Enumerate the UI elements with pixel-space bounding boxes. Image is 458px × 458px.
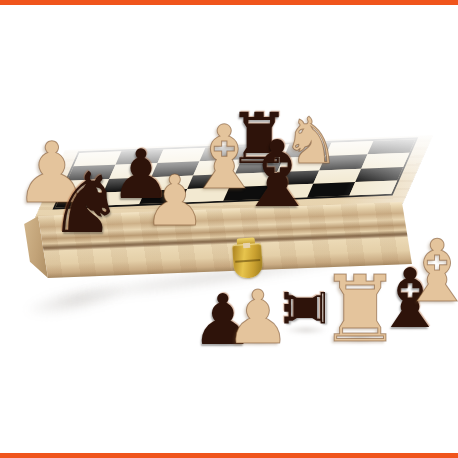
clasp-notch xyxy=(243,243,250,248)
brass-clasp xyxy=(232,237,264,279)
board-cell xyxy=(349,180,397,195)
product-photo-stage: ♟♞♟♟♝♜♝♞♟♟♜♜♝♝ xyxy=(0,0,458,458)
box-ground-shadow-left xyxy=(21,277,134,323)
top-edge-bar xyxy=(0,0,458,5)
piece-light-knight: ♞ xyxy=(279,109,343,173)
bottom-edge-bar xyxy=(0,453,458,458)
piece-light-bishop: ♝ xyxy=(394,228,458,314)
